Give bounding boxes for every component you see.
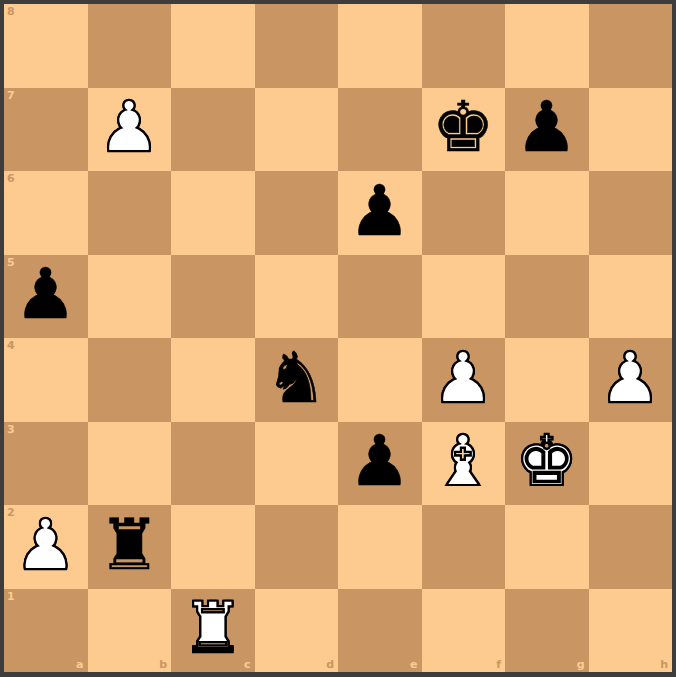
black-knight[interactable]: ♞	[265, 343, 328, 413]
square-d5[interactable]	[255, 255, 339, 339]
square-b5[interactable]	[88, 255, 172, 339]
square-g6[interactable]	[505, 171, 589, 255]
square-a5[interactable]: 5♟	[4, 255, 88, 339]
square-b6[interactable]	[88, 171, 172, 255]
square-f7[interactable]: ♚	[422, 88, 506, 172]
square-f5[interactable]	[422, 255, 506, 339]
rank-label-3: 3	[7, 423, 15, 436]
chess-board: 87♟♚♟6♟5♟4♞♟♟3♟♝♚2♟♜1abc♜defgh	[4, 4, 672, 672]
square-c1[interactable]: c♜	[171, 589, 255, 673]
square-g8[interactable]	[505, 4, 589, 88]
square-a4[interactable]: 4	[4, 338, 88, 422]
white-pawn[interactable]: ♟	[98, 92, 161, 162]
square-f2[interactable]	[422, 505, 506, 589]
square-f3[interactable]: ♝	[422, 422, 506, 506]
square-c3[interactable]	[171, 422, 255, 506]
square-g4[interactable]	[505, 338, 589, 422]
black-pawn[interactable]: ♟	[348, 176, 411, 246]
square-e8[interactable]	[338, 4, 422, 88]
square-a2[interactable]: 2♟	[4, 505, 88, 589]
file-label-d: d	[326, 658, 334, 671]
square-b7[interactable]: ♟	[88, 88, 172, 172]
square-c6[interactable]	[171, 171, 255, 255]
square-h1[interactable]: h	[589, 589, 673, 673]
square-b8[interactable]	[88, 4, 172, 88]
square-e7[interactable]	[338, 88, 422, 172]
rank-label-7: 7	[7, 89, 15, 102]
square-h6[interactable]	[589, 171, 673, 255]
white-pawn[interactable]: ♟	[14, 510, 77, 580]
square-a6[interactable]: 6	[4, 171, 88, 255]
square-b1[interactable]: b	[88, 589, 172, 673]
square-g3[interactable]: ♚	[505, 422, 589, 506]
square-d4[interactable]: ♞	[255, 338, 339, 422]
square-h7[interactable]	[589, 88, 673, 172]
board-frame: 87♟♚♟6♟5♟4♞♟♟3♟♝♚2♟♜1abc♜defgh	[0, 0, 676, 677]
file-label-c: c	[244, 658, 251, 671]
black-king[interactable]: ♚	[432, 92, 495, 162]
square-f6[interactable]	[422, 171, 506, 255]
square-d3[interactable]	[255, 422, 339, 506]
square-e4[interactable]	[338, 338, 422, 422]
rank-label-1: 1	[7, 590, 15, 603]
square-a7[interactable]: 7	[4, 88, 88, 172]
rank-label-8: 8	[7, 5, 15, 18]
rank-label-6: 6	[7, 172, 15, 185]
square-e3[interactable]: ♟	[338, 422, 422, 506]
square-e1[interactable]: e	[338, 589, 422, 673]
square-c7[interactable]	[171, 88, 255, 172]
square-h4[interactable]: ♟	[589, 338, 673, 422]
file-label-h: h	[660, 658, 668, 671]
black-pawn[interactable]: ♟	[515, 92, 578, 162]
square-f1[interactable]: f	[422, 589, 506, 673]
square-g1[interactable]: g	[505, 589, 589, 673]
black-rook[interactable]: ♜	[98, 510, 161, 580]
square-e6[interactable]: ♟	[338, 171, 422, 255]
black-pawn[interactable]: ♟	[14, 259, 77, 329]
square-a3[interactable]: 3	[4, 422, 88, 506]
square-c2[interactable]	[171, 505, 255, 589]
square-e2[interactable]	[338, 505, 422, 589]
square-f4[interactable]: ♟	[422, 338, 506, 422]
square-a8[interactable]: 8	[4, 4, 88, 88]
square-d8[interactable]	[255, 4, 339, 88]
file-label-a: a	[76, 658, 83, 671]
square-d7[interactable]	[255, 88, 339, 172]
square-h2[interactable]	[589, 505, 673, 589]
square-c4[interactable]	[171, 338, 255, 422]
file-label-e: e	[410, 658, 417, 671]
white-pawn[interactable]: ♟	[432, 343, 495, 413]
square-b3[interactable]	[88, 422, 172, 506]
square-d6[interactable]	[255, 171, 339, 255]
square-c8[interactable]	[171, 4, 255, 88]
white-bishop[interactable]: ♝	[432, 426, 495, 496]
black-pawn[interactable]: ♟	[348, 426, 411, 496]
square-g7[interactable]: ♟	[505, 88, 589, 172]
file-label-f: f	[496, 658, 501, 671]
square-c5[interactable]	[171, 255, 255, 339]
square-b4[interactable]	[88, 338, 172, 422]
square-h8[interactable]	[589, 4, 673, 88]
square-g5[interactable]	[505, 255, 589, 339]
white-rook[interactable]: ♜	[181, 593, 244, 663]
square-h5[interactable]	[589, 255, 673, 339]
square-b2[interactable]: ♜	[88, 505, 172, 589]
square-a1[interactable]: 1a	[4, 589, 88, 673]
square-g2[interactable]	[505, 505, 589, 589]
file-label-g: g	[577, 658, 585, 671]
white-king[interactable]: ♚	[515, 426, 578, 496]
white-pawn[interactable]: ♟	[599, 343, 662, 413]
square-h3[interactable]	[589, 422, 673, 506]
file-label-b: b	[159, 658, 167, 671]
square-d2[interactable]	[255, 505, 339, 589]
square-e5[interactable]	[338, 255, 422, 339]
rank-label-4: 4	[7, 339, 15, 352]
square-f8[interactable]	[422, 4, 506, 88]
square-d1[interactable]: d	[255, 589, 339, 673]
